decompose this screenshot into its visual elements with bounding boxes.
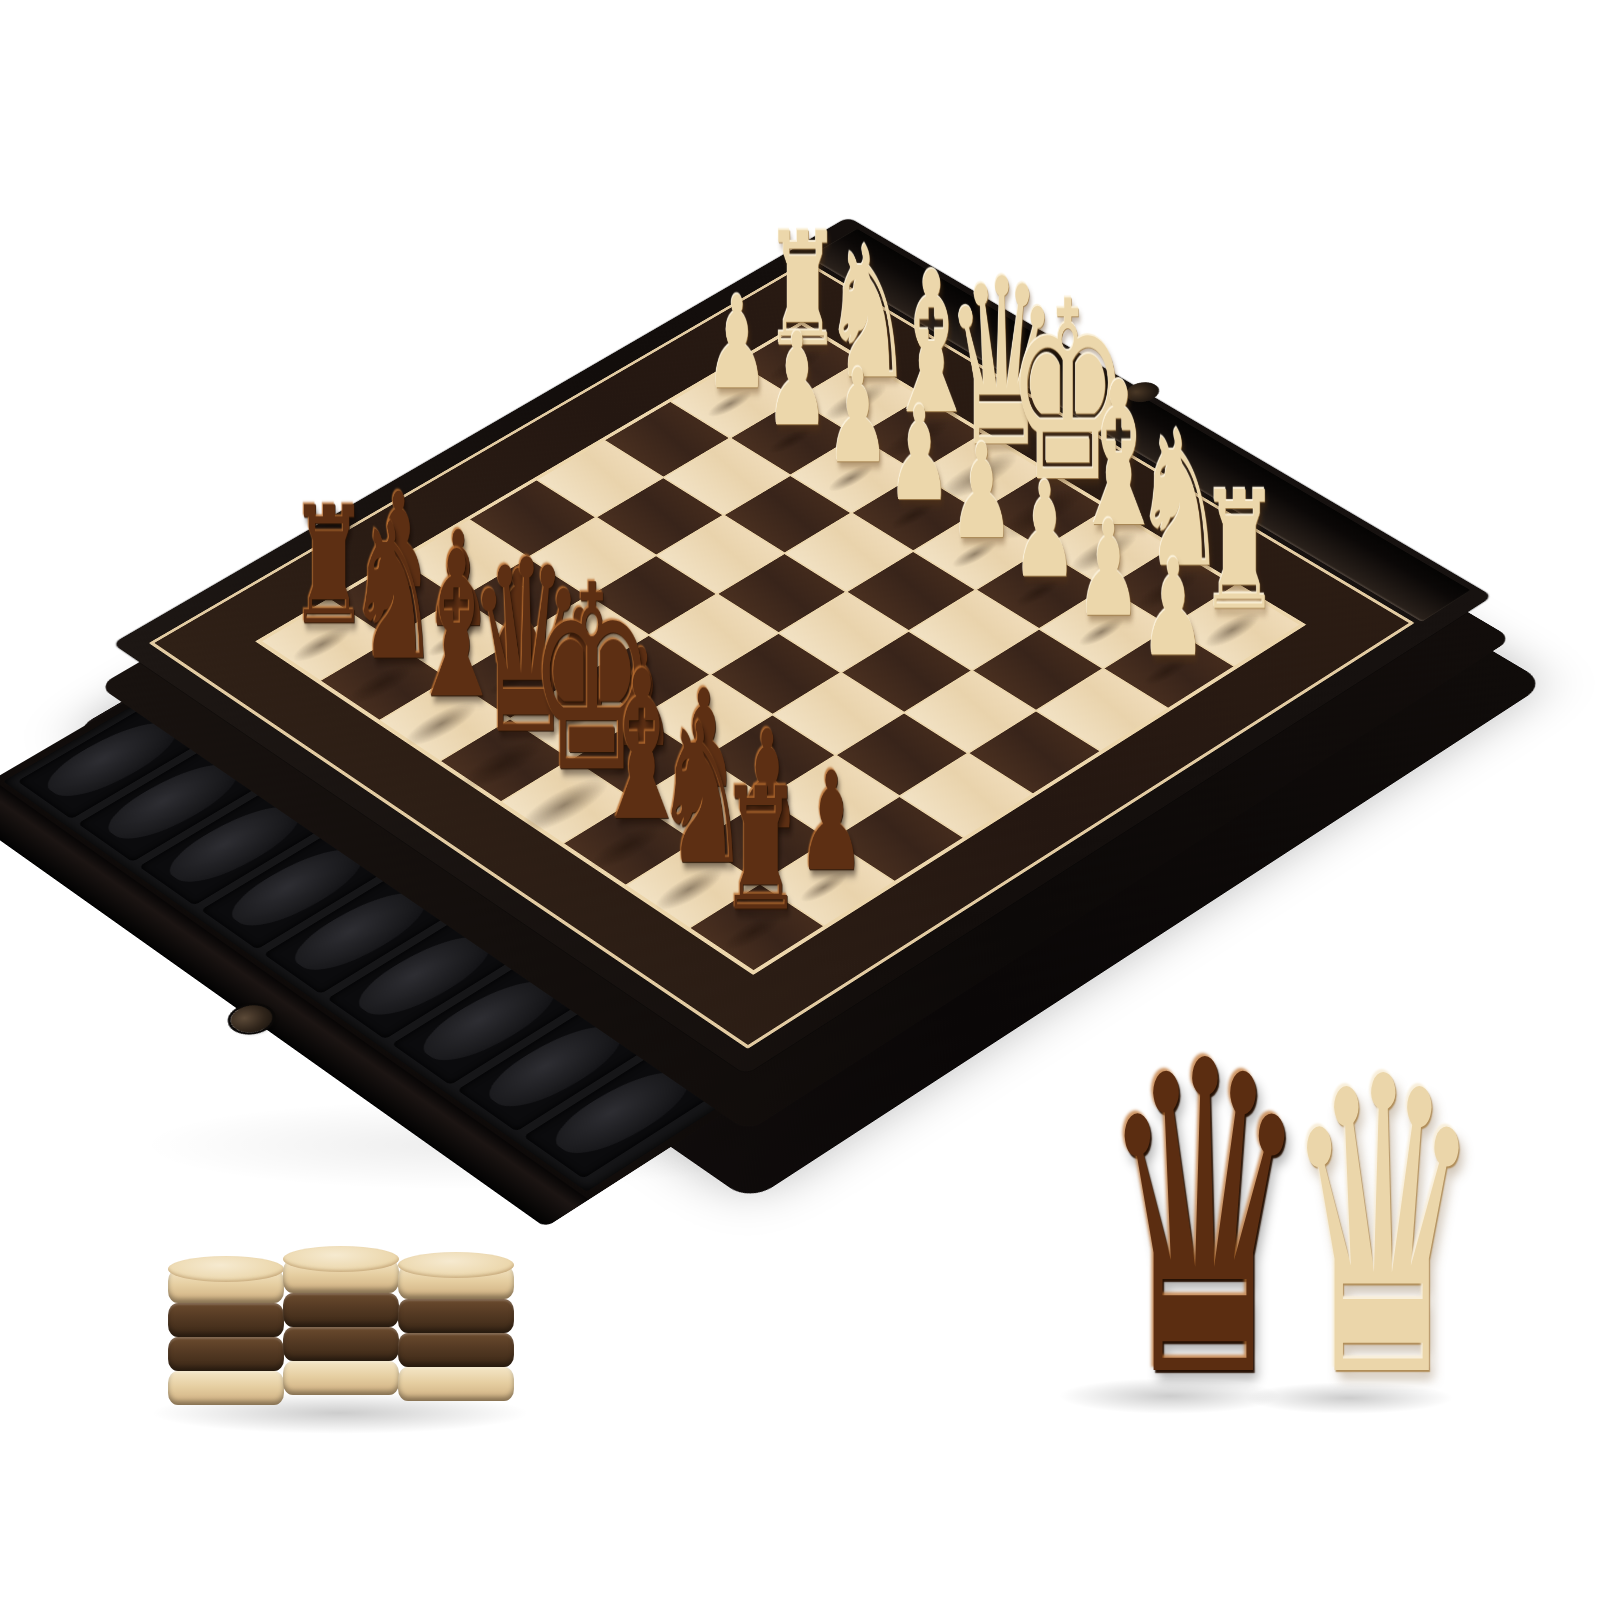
checker-top-face [398, 1252, 514, 1278]
checker-disc-dark[interactable] [283, 1327, 399, 1361]
piece-black-rook-h8[interactable]: ♜ [718, 765, 804, 934]
checker-stack [398, 1252, 514, 1401]
checker-top-face [283, 1246, 399, 1272]
product-photo-stage: ♜♞♝♛♚♝♞♜♟♟♟♟♟♟♟♟♟♟♟♟♟♟♟♟♜♞♝♛♚♝♞♜ ♛♛ [0, 0, 1600, 1600]
checker-disc-dark[interactable] [168, 1337, 284, 1371]
chess-case: ♜♞♝♛♚♝♞♜♟♟♟♟♟♟♟♟♟♟♟♟♟♟♟♟♜♞♝♛♚♝♞♜ [112, 217, 1492, 1075]
showcase-queen-light[interactable]: ♛ [1282, 1070, 1420, 1388]
checker-top-face [168, 1256, 284, 1282]
checker-stack [283, 1246, 399, 1395]
checker-disc-light[interactable] [283, 1361, 399, 1395]
checker-disc-dark[interactable] [398, 1299, 514, 1333]
checker-stack [168, 1256, 284, 1405]
showcase-queen-dark[interactable]: ♛ [1099, 1056, 1242, 1386]
checker-disc-dark[interactable] [283, 1293, 399, 1327]
checker-disc-dark[interactable] [398, 1333, 514, 1367]
checker-disc-light[interactable] [398, 1367, 514, 1401]
checker-disc-dark[interactable] [168, 1303, 284, 1337]
piece-white-pawn-h2[interactable]: ♟ [1131, 541, 1214, 674]
checker-disc-light[interactable] [168, 1371, 284, 1405]
